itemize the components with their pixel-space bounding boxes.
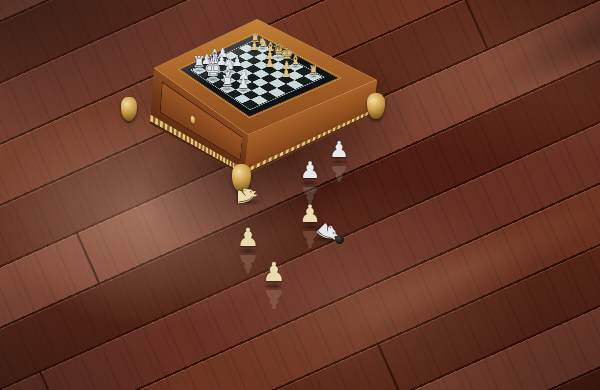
onyx-piece-head: [335, 235, 344, 244]
piece-floor-reflection: ♟: [261, 286, 287, 312]
wood-grain-streak: [471, 0, 600, 114]
captured-gold-pawn[interactable]: ♟: [261, 259, 287, 285]
chess-piece-gold-pawn[interactable]: ♟: [281, 68, 293, 80]
chess-piece-gold-rook[interactable]: ♜: [308, 65, 319, 76]
captured-silver-pawn[interactable]: ♟: [299, 159, 322, 182]
plank-joint: [75, 231, 100, 283]
drawer-knob[interactable]: [190, 114, 195, 124]
chess-piece-gold-pawn[interactable]: ♟: [264, 58, 276, 70]
chess-piece-silver-rook[interactable]: ♜: [220, 74, 235, 89]
plank-joint: [377, 342, 402, 390]
piece-floor-reflection: ♟: [328, 162, 350, 184]
captured-silver-pawn[interactable]: ♟: [328, 139, 350, 161]
wood-grain-streak: [317, 186, 600, 356]
piece-floor-reflection: ♟: [236, 251, 261, 276]
scene: ♜♞♝♛♚♝♜♟♟♟♟♟♟♟♝♟♞♟♟♛♝♟♜♚♜♟♟♟♟♞♟♟♞♟♟♟♟: [0, 0, 600, 390]
chess-piece-gold-pawn[interactable]: ♟: [249, 41, 260, 52]
captured-gold-pawn[interactable]: ♟: [236, 225, 261, 250]
fallen-gold-knight[interactable]: ♞: [234, 183, 260, 209]
plank-joint: [39, 370, 64, 390]
plank-joint: [464, 0, 489, 49]
chess-piece-silver-pawn[interactable]: ♟: [236, 77, 250, 91]
